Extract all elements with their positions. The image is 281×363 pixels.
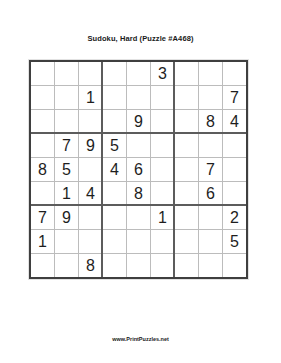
sudoku-cell-r8c7 — [175, 230, 198, 253]
sudoku-cell-r9c5 — [127, 254, 150, 277]
sudoku-cell-r9c2 — [55, 254, 78, 277]
sudoku-cell-r3c2 — [55, 110, 78, 133]
sudoku-cell-r4c2: 7 — [55, 134, 78, 157]
sudoku-cell-r2c7 — [175, 86, 198, 109]
sudoku-cell-r8c1: 1 — [31, 230, 54, 253]
sudoku-cell-r8c4 — [103, 230, 126, 253]
sudoku-cell-r6c1 — [31, 182, 54, 205]
sudoku-cell-r9c8 — [199, 254, 222, 277]
sudoku-cell-r9c6 — [151, 254, 174, 277]
sudoku-cell-r3c7 — [175, 110, 198, 133]
sudoku-cell-r4c6 — [151, 134, 174, 157]
sudoku-cell-r8c8 — [199, 230, 222, 253]
sudoku-cell-r9c7 — [175, 254, 198, 277]
sudoku-cell-r3c1 — [31, 110, 54, 133]
sudoku-cell-r8c6 — [151, 230, 174, 253]
sudoku-cell-r1c6: 3 — [151, 62, 174, 85]
sudoku-cell-r1c4 — [103, 62, 126, 85]
sudoku-cell-r7c7 — [175, 206, 198, 229]
sudoku-cell-r4c8 — [199, 134, 222, 157]
sudoku-cell-r9c9 — [223, 254, 246, 277]
sudoku-cell-r1c7 — [175, 62, 198, 85]
sudoku-cell-r7c3 — [79, 206, 102, 229]
sudoku-cell-r2c4 — [103, 86, 126, 109]
sudoku-cell-r3c5: 9 — [127, 110, 150, 133]
sudoku-cell-r6c2: 1 — [55, 182, 78, 205]
sudoku-cell-r6c7 — [175, 182, 198, 205]
sudoku-grid: 3179847958546714867912158 — [29, 60, 248, 279]
puzzle-title: Sudoku, Hard (Puzzle #A468) — [0, 34, 281, 43]
sudoku-cell-r5c3 — [79, 158, 102, 181]
sudoku-cell-r1c2 — [55, 62, 78, 85]
sudoku-cell-r6c3: 4 — [79, 182, 102, 205]
sudoku-cell-r8c2 — [55, 230, 78, 253]
sudoku-cell-r7c8 — [199, 206, 222, 229]
printable-page: Sudoku, Hard (Puzzle #A468) 317984795854… — [0, 0, 281, 363]
sudoku-cell-r7c6: 1 — [151, 206, 174, 229]
sudoku-cell-r5c8: 7 — [199, 158, 222, 181]
sudoku-cell-r6c9 — [223, 182, 246, 205]
sudoku-cell-r5c4: 4 — [103, 158, 126, 181]
sudoku-cell-r8c3 — [79, 230, 102, 253]
sudoku-cell-r6c8: 6 — [199, 182, 222, 205]
sudoku-cell-r1c3 — [79, 62, 102, 85]
sudoku-cell-r5c6 — [151, 158, 174, 181]
sudoku-cell-r9c1 — [31, 254, 54, 277]
sudoku-cell-r3c9: 4 — [223, 110, 246, 133]
sudoku-cell-r5c1: 8 — [31, 158, 54, 181]
sudoku-cell-r7c4 — [103, 206, 126, 229]
sudoku-cell-r2c8 — [199, 86, 222, 109]
sudoku-cell-r9c4 — [103, 254, 126, 277]
sudoku-cell-r7c9: 2 — [223, 206, 246, 229]
sudoku-cell-r6c6 — [151, 182, 174, 205]
sudoku-cell-r2c5 — [127, 86, 150, 109]
sudoku-cell-r5c5: 6 — [127, 158, 150, 181]
sudoku-cell-r2c6 — [151, 86, 174, 109]
sudoku-cell-r2c1 — [31, 86, 54, 109]
sudoku-cell-r2c9: 7 — [223, 86, 246, 109]
sudoku-cell-r8c5 — [127, 230, 150, 253]
sudoku-cell-r3c8: 8 — [199, 110, 222, 133]
sudoku-cell-r4c7 — [175, 134, 198, 157]
sudoku-cell-r7c5 — [127, 206, 150, 229]
sudoku-cell-r7c2: 9 — [55, 206, 78, 229]
sudoku-cell-r4c9 — [223, 134, 246, 157]
footer-url: www.PrintPuzzles.net — [0, 336, 281, 343]
sudoku-cell-r9c3: 8 — [79, 254, 102, 277]
sudoku-cell-r1c8 — [199, 62, 222, 85]
sudoku-cell-r6c5: 8 — [127, 182, 150, 205]
sudoku-cell-r7c1: 7 — [31, 206, 54, 229]
sudoku-cell-r4c5 — [127, 134, 150, 157]
sudoku-cell-r4c3: 9 — [79, 134, 102, 157]
sudoku-cell-r5c9 — [223, 158, 246, 181]
sudoku-cell-r5c7 — [175, 158, 198, 181]
sudoku-cell-r2c3: 1 — [79, 86, 102, 109]
sudoku-cell-r6c4 — [103, 182, 126, 205]
sudoku-cell-r3c3 — [79, 110, 102, 133]
sudoku-cell-r4c1 — [31, 134, 54, 157]
sudoku-cell-r8c9: 5 — [223, 230, 246, 253]
sudoku-cell-r1c1 — [31, 62, 54, 85]
sudoku-cell-r3c4 — [103, 110, 126, 133]
sudoku-cell-r2c2 — [55, 86, 78, 109]
sudoku-cell-r3c6 — [151, 110, 174, 133]
sudoku-cell-r5c2: 5 — [55, 158, 78, 181]
sudoku-cell-r1c9 — [223, 62, 246, 85]
sudoku-cell-r4c4: 5 — [103, 134, 126, 157]
sudoku-cell-r1c5 — [127, 62, 150, 85]
